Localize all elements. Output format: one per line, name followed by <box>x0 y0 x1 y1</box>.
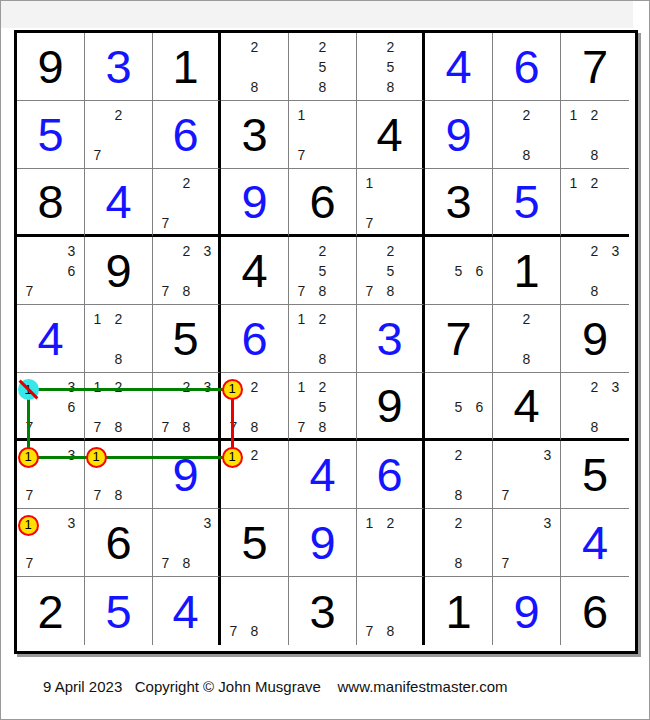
pencil-mark <box>380 193 401 213</box>
cell-r9c3[interactable]: 4 <box>153 577 221 645</box>
pencil-mark: 7 <box>19 281 40 301</box>
pencil-mark <box>40 241 61 261</box>
cell-r4c2[interactable]: 9 <box>85 237 153 305</box>
given-digit: 4 <box>376 111 402 158</box>
pencil-mark: 3 <box>605 377 626 397</box>
cell-r2c7[interactable]: 9 <box>425 101 493 169</box>
pencil-mark <box>401 513 422 533</box>
pencil-mark <box>223 601 244 621</box>
cell-r4c3[interactable]: 2378 <box>153 237 221 305</box>
pencil-mark <box>427 485 448 505</box>
pencil-mark: 2 <box>448 445 469 465</box>
cell-r9c5[interactable]: 3 <box>289 577 357 645</box>
pencil-mark <box>333 309 354 329</box>
cell-r3c8[interactable]: 5 <box>493 169 561 237</box>
solved-digit: 5 <box>37 111 63 158</box>
pencil-mark: 2 <box>584 377 605 397</box>
pencil-mark: 7 <box>87 485 108 505</box>
pencil-mark <box>427 261 448 281</box>
pencil-mark <box>605 281 626 301</box>
pencil-mark <box>516 513 537 533</box>
pencil-mark: 6 <box>61 261 82 281</box>
cell-r4c7[interactable]: 56 <box>425 237 493 305</box>
solved-digit: 4 <box>172 588 198 635</box>
pencil-mark <box>333 377 354 397</box>
pencil-mark <box>469 281 490 301</box>
pencil-mark <box>563 213 584 233</box>
pencil-marks: 56 <box>427 377 490 437</box>
pencil-mark <box>359 553 380 573</box>
pencil-mark <box>291 125 312 145</box>
pencil-mark <box>244 581 265 601</box>
pencil-mark <box>359 241 380 261</box>
given-digit: 1 <box>513 247 539 294</box>
pencil-mark <box>401 581 422 601</box>
pencil-mark: 5 <box>448 261 469 281</box>
cell-r7c7[interactable]: 28 <box>425 441 493 509</box>
pencil-mark <box>129 349 150 369</box>
pencil-mark <box>333 397 354 417</box>
pencil-mark: 1 <box>291 105 312 125</box>
sudoku-page: 9312825825846752763174928128842796173512… <box>0 0 650 720</box>
pencil-mark: 7 <box>19 417 40 437</box>
pencil-marks: 27 <box>87 105 150 165</box>
pencil-marks: 17 <box>359 173 422 233</box>
pencil-mark: 7 <box>291 281 312 301</box>
cell-r8c8[interactable]: 37 <box>493 509 561 577</box>
chain-line-green <box>28 388 232 391</box>
pencil-mark <box>448 281 469 301</box>
pencil-mark <box>40 465 61 485</box>
cell-r6c8[interactable]: 4 <box>493 373 561 441</box>
pencil-mark: 8 <box>108 349 129 369</box>
cell-r1c7[interactable]: 4 <box>425 33 493 101</box>
pencil-mark <box>584 397 605 417</box>
pencil-mark <box>537 125 558 145</box>
pencil-mark: 1 <box>87 309 108 329</box>
pencil-mark <box>427 417 448 437</box>
pencil-marks: 12578 <box>291 377 354 437</box>
solved-digit: 4 <box>37 315 63 362</box>
pencil-mark <box>469 513 490 533</box>
cell-r5c3[interactable]: 5 <box>153 305 221 373</box>
highlight-circle-yellow: 1 <box>18 447 39 468</box>
cell-r8c4[interactable]: 5 <box>221 509 289 577</box>
cell-r8c5[interactable]: 9 <box>289 509 357 577</box>
pencil-mark: 5 <box>312 397 333 417</box>
pencil-marks: 28 <box>495 105 558 165</box>
pencil-mark: 8 <box>176 553 197 573</box>
pencil-mark: 5 <box>312 57 333 77</box>
pencil-mark <box>584 193 605 213</box>
pencil-mark: 3 <box>61 513 82 533</box>
pencil-mark: 1 <box>563 105 584 125</box>
pencil-mark <box>155 261 176 281</box>
pencil-mark: 2 <box>312 241 333 261</box>
pencil-mark <box>563 261 584 281</box>
pencil-mark <box>265 445 286 465</box>
pencil-mark <box>223 397 244 417</box>
pencil-mark <box>40 281 61 301</box>
cell-r5c8[interactable]: 28 <box>493 305 561 373</box>
pencil-mark <box>605 261 626 281</box>
pencil-mark <box>108 465 129 485</box>
given-digit: 5 <box>241 519 267 566</box>
pencil-mark <box>469 465 490 485</box>
pencil-mark <box>176 513 197 533</box>
solved-digit: 9 <box>513 588 539 635</box>
pencil-mark <box>87 125 108 145</box>
pencil-mark <box>333 241 354 261</box>
chain-line-green <box>28 456 232 459</box>
cell-r9c8[interactable]: 9 <box>493 577 561 645</box>
cell-r2c2[interactable]: 27 <box>85 101 153 169</box>
pencil-mark <box>537 329 558 349</box>
cell-r1c2[interactable]: 3 <box>85 33 153 101</box>
pencil-mark: 7 <box>359 281 380 301</box>
pencil-mark <box>333 417 354 437</box>
pencil-mark <box>265 601 286 621</box>
cell-r1c9[interactable]: 7 <box>561 33 629 101</box>
cell-r7c9[interactable]: 5 <box>561 441 629 509</box>
pencil-mark <box>155 533 176 553</box>
pencil-mark <box>108 145 129 165</box>
pencil-mark <box>223 485 244 505</box>
cell-r3c7[interactable]: 3 <box>425 169 493 237</box>
highlight-circle-yellow: 1 <box>86 447 107 468</box>
cell-r2c5[interactable]: 17 <box>289 101 357 169</box>
cell-r5c2[interactable]: 128 <box>85 305 153 373</box>
pencil-mark <box>495 329 516 349</box>
highlight-circle-yellow: 1 <box>222 447 243 468</box>
pencil-mark: 2 <box>244 37 265 57</box>
pencil-marks: 128 <box>291 309 354 369</box>
cell-r3c6[interactable]: 17 <box>357 169 425 237</box>
pencil-mark <box>197 397 218 417</box>
pencil-mark <box>129 465 150 485</box>
cell-r8c2[interactable]: 6 <box>85 509 153 577</box>
pencil-mark: 2 <box>244 377 265 397</box>
pencil-marks: 37 <box>495 445 558 505</box>
pencil-mark <box>448 377 469 397</box>
solved-digit: 6 <box>241 315 267 362</box>
given-digit: 2 <box>37 588 63 635</box>
solved-digit: 3 <box>376 315 402 362</box>
pencil-mark: 1 <box>359 173 380 193</box>
pencil-mark <box>333 125 354 145</box>
pencil-mark: 5 <box>380 261 401 281</box>
pencil-mark <box>265 465 286 485</box>
cell-r3c1[interactable]: 8 <box>17 169 85 237</box>
pencil-mark <box>605 417 626 437</box>
cell-r8c7[interactable]: 28 <box>425 509 493 577</box>
pencil-mark <box>401 57 422 77</box>
pencil-mark <box>448 241 469 261</box>
pencil-mark <box>87 105 108 125</box>
pencil-mark <box>108 329 129 349</box>
pencil-marks: 1278 <box>87 377 150 437</box>
pencil-mark: 3 <box>197 513 218 533</box>
pencil-mark <box>19 261 40 281</box>
cell-r9c6[interactable]: 78 <box>357 577 425 645</box>
cell-r4c1[interactable]: 367 <box>17 237 85 305</box>
pencil-mark: 8 <box>312 349 333 369</box>
pencil-mark <box>176 213 197 233</box>
pencil-mark: 8 <box>312 417 333 437</box>
cell-r4c5[interactable]: 2578 <box>289 237 357 305</box>
pencil-mark <box>537 533 558 553</box>
cell-r5c9[interactable]: 9 <box>561 305 629 373</box>
pencil-mark <box>312 329 333 349</box>
pencil-mark: 7 <box>495 485 516 505</box>
pencil-mark: 8 <box>312 281 333 301</box>
pencil-mark <box>401 261 422 281</box>
pencil-mark: 8 <box>584 281 605 301</box>
pencil-mark <box>469 241 490 261</box>
cell-r9c9[interactable]: 6 <box>561 577 629 645</box>
cell-r2c9[interactable]: 128 <box>561 101 629 169</box>
cell-r6c9[interactable]: 238 <box>561 373 629 441</box>
pencil-marks: 28 <box>427 513 490 573</box>
given-digit: 1 <box>445 588 471 635</box>
pencil-mark <box>176 261 197 281</box>
footer-text: 9 April 2023 Copyright © John Musgrave w… <box>43 678 508 695</box>
pencil-mark <box>427 397 448 417</box>
pencil-mark <box>244 465 265 485</box>
pencil-mark <box>176 193 197 213</box>
pencil-mark <box>333 261 354 281</box>
pencil-mark <box>265 377 286 397</box>
solved-digit: 9 <box>309 519 335 566</box>
cell-r1c1[interactable]: 9 <box>17 33 85 101</box>
pencil-mark <box>563 125 584 145</box>
pencil-mark: 2 <box>516 309 537 329</box>
cell-r4c9[interactable]: 238 <box>561 237 629 305</box>
pencil-mark <box>495 309 516 329</box>
cell-r9c7[interactable]: 1 <box>425 577 493 645</box>
pencil-mark <box>469 417 490 437</box>
pencil-mark <box>265 621 286 641</box>
pencil-mark: 8 <box>380 77 401 97</box>
pencil-mark: 2 <box>312 309 333 329</box>
cell-r6c2[interactable]: 1278 <box>85 373 153 441</box>
pencil-mark <box>537 105 558 125</box>
pencil-mark <box>155 513 176 533</box>
pencil-mark <box>265 417 286 437</box>
pencil-mark: 2 <box>380 241 401 261</box>
pencil-mark <box>359 57 380 77</box>
cell-r3c9[interactable]: 12 <box>561 169 629 237</box>
pencil-mark <box>108 125 129 145</box>
pencil-marks: 78 <box>359 581 422 641</box>
pencil-mark <box>244 485 265 505</box>
given-digit: 9 <box>105 247 131 294</box>
cell-r4c6[interactable]: 2578 <box>357 237 425 305</box>
pencil-mark: 5 <box>312 261 333 281</box>
pencil-mark <box>129 485 150 505</box>
cell-r2c1[interactable]: 5 <box>17 101 85 169</box>
cell-r1c3[interactable]: 1 <box>153 33 221 101</box>
cell-r5c6[interactable]: 3 <box>357 305 425 373</box>
pencil-mark: 2 <box>244 445 265 465</box>
pencil-mark <box>223 57 244 77</box>
pencil-mark: 7 <box>155 213 176 233</box>
cell-r8c3[interactable]: 378 <box>153 509 221 577</box>
pencil-mark <box>312 125 333 145</box>
pencil-marks: 2578 <box>291 241 354 301</box>
cell-r3c5[interactable]: 6 <box>289 169 357 237</box>
cell-r7c6[interactable]: 6 <box>357 441 425 509</box>
pencil-mark <box>244 397 265 417</box>
pencil-mark: 3 <box>61 241 82 261</box>
pencil-mark <box>516 329 537 349</box>
pencil-mark <box>291 241 312 261</box>
pencil-mark <box>129 145 150 165</box>
pencil-mark <box>495 533 516 553</box>
cell-r7c3[interactable]: 9 <box>153 441 221 509</box>
cell-r6c3[interactable]: 2378 <box>153 373 221 441</box>
cell-r8c6[interactable]: 12 <box>357 509 425 577</box>
pencil-mark <box>401 213 422 233</box>
pencil-mark <box>291 37 312 57</box>
pencil-mark <box>563 193 584 213</box>
pencil-mark <box>333 57 354 77</box>
pencil-mark <box>40 533 61 553</box>
pencil-mark <box>197 281 218 301</box>
pencil-mark <box>312 145 333 165</box>
cell-r1c4[interactable]: 28 <box>221 33 289 101</box>
pencil-mark <box>265 37 286 57</box>
pencil-mark <box>495 125 516 145</box>
cell-r3c3[interactable]: 27 <box>153 169 221 237</box>
pencil-mark <box>427 241 448 261</box>
given-digit: 6 <box>582 588 608 635</box>
pencil-mark: 7 <box>495 553 516 573</box>
pencil-mark <box>265 581 286 601</box>
highlight-circle-cyan: 1 <box>18 379 39 400</box>
pencil-marks: 258 <box>359 37 422 97</box>
sudoku-board: 9312825825846752763174928128842796173512… <box>14 30 638 654</box>
given-digit: 6 <box>105 519 131 566</box>
pencil-mark: 7 <box>291 417 312 437</box>
cell-r9c1[interactable]: 2 <box>17 577 85 645</box>
cell-r5c7[interactable]: 7 <box>425 305 493 373</box>
pencil-mark <box>380 601 401 621</box>
pencil-mark: 8 <box>108 485 129 505</box>
pencil-mark <box>516 445 537 465</box>
cell-r5c5[interactable]: 128 <box>289 305 357 373</box>
pencil-mark <box>380 213 401 233</box>
pencil-mark <box>108 397 129 417</box>
cell-r2c4[interactable]: 3 <box>221 101 289 169</box>
pencil-mark <box>333 37 354 57</box>
cell-r1c6[interactable]: 258 <box>357 33 425 101</box>
pencil-mark <box>61 417 82 437</box>
cell-r1c5[interactable]: 258 <box>289 33 357 101</box>
pencil-marks: 27 <box>155 173 218 233</box>
pencil-marks: 28 <box>223 37 286 97</box>
cell-r3c2[interactable]: 4 <box>85 169 153 237</box>
pencil-mark <box>291 77 312 97</box>
pencil-mark <box>291 261 312 281</box>
cell-r9c2[interactable]: 5 <box>85 577 153 645</box>
pencil-mark <box>401 553 422 573</box>
pencil-mark: 8 <box>244 77 265 97</box>
pencil-mark <box>155 173 176 193</box>
pencil-mark: 8 <box>176 417 197 437</box>
pencil-mark <box>359 601 380 621</box>
cell-r6c7[interactable]: 56 <box>425 373 493 441</box>
cell-r1c8[interactable]: 6 <box>493 33 561 101</box>
pencil-mark <box>197 417 218 437</box>
cell-r7c5[interactable]: 4 <box>289 441 357 509</box>
given-digit: 3 <box>241 111 267 158</box>
pencil-mark <box>155 193 176 213</box>
solved-digit: 4 <box>582 519 608 566</box>
pencil-mark <box>197 533 218 553</box>
given-digit: 3 <box>445 178 471 225</box>
solved-digit: 9 <box>445 111 471 158</box>
pencil-mark <box>605 397 626 417</box>
pencil-mark: 1 <box>291 377 312 397</box>
pencil-mark: 2 <box>516 105 537 125</box>
pencil-mark <box>584 261 605 281</box>
cell-r5c4[interactable]: 6 <box>221 305 289 373</box>
cell-r4c4[interactable]: 4 <box>221 237 289 305</box>
cell-r7c8[interactable]: 37 <box>493 441 561 509</box>
given-digit: 1 <box>172 43 198 90</box>
pencil-mark: 3 <box>197 241 218 261</box>
pencil-mark <box>401 173 422 193</box>
cell-r6c5[interactable]: 12578 <box>289 373 357 441</box>
solved-digit: 6 <box>376 451 402 498</box>
cell-r8c9[interactable]: 4 <box>561 509 629 577</box>
pencil-mark <box>40 485 61 505</box>
given-digit: 3 <box>309 588 335 635</box>
pencil-marks: 37 <box>495 513 558 573</box>
pencil-mark <box>495 445 516 465</box>
pencil-mark <box>584 213 605 233</box>
pencil-mark <box>359 533 380 553</box>
cell-r3c4[interactable]: 9 <box>221 169 289 237</box>
pencil-mark: 7 <box>359 621 380 641</box>
pencil-mark <box>61 533 82 553</box>
cell-r4c8[interactable]: 1 <box>493 237 561 305</box>
pencil-mark <box>176 533 197 553</box>
cell-r2c8[interactable]: 28 <box>493 101 561 169</box>
pencil-mark: 1 <box>291 309 312 329</box>
pencil-mark <box>401 241 422 261</box>
pencil-mark <box>380 581 401 601</box>
cell-r9c4[interactable]: 78 <box>221 577 289 645</box>
pencil-mark <box>155 397 176 417</box>
cell-r5c1[interactable]: 4 <box>17 305 85 373</box>
cell-r2c6[interactable]: 4 <box>357 101 425 169</box>
cell-r6c6[interactable]: 9 <box>357 373 425 441</box>
given-digit: 5 <box>172 315 198 362</box>
pencil-mark <box>291 397 312 417</box>
cell-r2c3[interactable]: 6 <box>153 101 221 169</box>
pencil-mark <box>605 213 626 233</box>
pencil-mark: 1 <box>563 173 584 193</box>
pencil-mark <box>537 553 558 573</box>
pencil-mark <box>469 377 490 397</box>
pencil-marks: 17 <box>291 105 354 165</box>
pencil-mark <box>359 193 380 213</box>
pencil-mark <box>129 309 150 329</box>
pencil-mark <box>427 445 448 465</box>
pencil-mark <box>129 397 150 417</box>
